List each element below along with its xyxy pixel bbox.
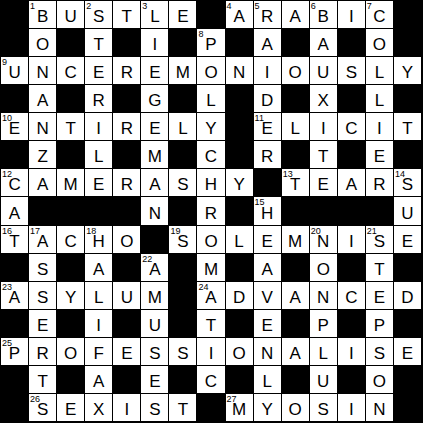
- cell-letter: I: [349, 233, 354, 253]
- black-cell-r10c3: [57, 254, 85, 282]
- black-cell-r1c1: [1, 1, 29, 29]
- black-cell-r12c7: [169, 310, 197, 338]
- cell-r12c12[interactable]: P: [310, 310, 338, 338]
- cell-r2c4[interactable]: T: [85, 29, 113, 57]
- cell-r4c10[interactable]: D: [254, 85, 282, 113]
- cell-r4c2[interactable]: A: [29, 85, 57, 113]
- clue-number-7: 7: [367, 1, 372, 11]
- cell-r9c14[interactable]: 21S: [366, 226, 394, 254]
- cell-r12c8[interactable]: T: [197, 310, 225, 338]
- black-cell-r6c9: [226, 141, 254, 169]
- black-cell-r12c15: [394, 310, 422, 338]
- cell-r10c6[interactable]: 22A: [141, 254, 169, 282]
- cell-r1c7[interactable]: E: [169, 1, 197, 29]
- cell-r11c5[interactable]: U: [113, 282, 141, 310]
- cell-r6c14[interactable]: E: [366, 141, 394, 169]
- cell-r3c13[interactable]: S: [338, 57, 366, 85]
- cell-letter: U: [317, 373, 329, 393]
- cell-r15c14[interactable]: N: [366, 394, 394, 422]
- cell-r15c7[interactable]: T: [169, 394, 197, 422]
- cell-r15c10[interactable]: Y: [254, 394, 282, 422]
- black-cell-r14c15: [394, 366, 422, 394]
- black-cell-r2c1: [1, 29, 29, 57]
- black-cell-r11c7: [169, 282, 197, 310]
- cell-r13c3[interactable]: O: [57, 338, 85, 366]
- black-cell-r6c15: [394, 141, 422, 169]
- cell-r14c6[interactable]: E: [141, 366, 169, 394]
- cell-letter: A: [93, 373, 104, 393]
- cell-r14c14[interactable]: O: [366, 366, 394, 394]
- cell-letter: R: [121, 176, 133, 196]
- cell-r7c13[interactable]: A: [338, 169, 366, 197]
- cell-r13c7[interactable]: S: [169, 338, 197, 366]
- cell-letter: S: [402, 176, 413, 196]
- clue-number-21: 21: [367, 226, 377, 236]
- cell-letter: N: [36, 120, 48, 140]
- cell-r15c2[interactable]: 26S: [29, 394, 57, 422]
- cell-r3c3[interactable]: C: [57, 57, 85, 85]
- cell-r12c4[interactable]: I: [85, 310, 113, 338]
- cell-r3c14[interactable]: L: [366, 57, 394, 85]
- cell-r15c9[interactable]: 27M: [226, 394, 254, 422]
- cell-letter: M: [176, 64, 190, 84]
- cell-r10c10[interactable]: A: [254, 254, 282, 282]
- cell-r12c2[interactable]: E: [29, 310, 57, 338]
- cell-r7c6[interactable]: A: [141, 169, 169, 197]
- cell-r1c5[interactable]: T: [113, 1, 141, 29]
- black-cell-r14c7: [169, 366, 197, 394]
- cell-r2c10[interactable]: A: [254, 29, 282, 57]
- cell-r1c3[interactable]: U: [57, 1, 85, 29]
- cell-r6c2[interactable]: Z: [29, 141, 57, 169]
- clue-number-9: 9: [2, 57, 7, 67]
- cell-letter: R: [205, 205, 217, 225]
- cell-letter: L: [319, 345, 328, 365]
- cell-r12c10[interactable]: E: [254, 310, 282, 338]
- cell-letter: A: [9, 205, 20, 225]
- cell-letter: T: [94, 36, 104, 56]
- cell-letter: L: [234, 233, 243, 253]
- cell-letter: S: [346, 64, 357, 84]
- cell-letter: A: [37, 92, 48, 112]
- cell-letter: O: [120, 233, 133, 253]
- cell-letter: X: [318, 92, 329, 112]
- black-cell-r2c13: [338, 29, 366, 57]
- cell-letter: L: [178, 120, 187, 140]
- cell-letter: T: [206, 317, 216, 337]
- cell-letter: O: [373, 36, 386, 56]
- cell-letter: C: [8, 176, 20, 196]
- cell-r7c11[interactable]: 13T: [282, 169, 310, 197]
- cell-r13c4[interactable]: F: [85, 338, 113, 366]
- black-cell-r8c14: [366, 197, 394, 225]
- cell-r5c5[interactable]: R: [113, 113, 141, 141]
- black-cell-r15c15: [394, 394, 422, 422]
- cell-r9c9[interactable]: L: [226, 226, 254, 254]
- cell-letter: U: [317, 64, 329, 84]
- cell-r11c8[interactable]: 24A: [197, 282, 225, 310]
- black-cell-r4c1: [1, 85, 29, 113]
- cell-letter: H: [205, 176, 217, 196]
- cell-r1c11[interactable]: A: [282, 1, 310, 29]
- cell-letter: N: [149, 205, 161, 225]
- cell-r9c1[interactable]: 16T: [1, 226, 29, 254]
- cell-letter: A: [37, 176, 48, 196]
- cell-letter: U: [65, 8, 77, 28]
- cell-r7c14[interactable]: R: [366, 169, 394, 197]
- cell-letter: S: [149, 345, 160, 365]
- cell-r13c6[interactable]: S: [141, 338, 169, 366]
- cell-r8c10[interactable]: 15H: [254, 197, 282, 225]
- cell-r6c4[interactable]: L: [85, 141, 113, 169]
- cell-letter: S: [37, 261, 48, 281]
- cell-r2c8[interactable]: 8P: [197, 29, 225, 57]
- cell-letter: X: [93, 401, 104, 421]
- cell-r13c15[interactable]: E: [394, 338, 422, 366]
- cell-r11c14[interactable]: E: [366, 282, 394, 310]
- cell-r8c1[interactable]: A: [1, 197, 29, 225]
- cell-r6c8[interactable]: C: [197, 141, 225, 169]
- cell-r7c7[interactable]: S: [169, 169, 197, 197]
- cell-r11c4[interactable]: L: [85, 282, 113, 310]
- black-cell-r8c2: [29, 197, 57, 225]
- cell-letter: L: [150, 8, 159, 28]
- cell-letter: A: [261, 261, 272, 281]
- clue-number-22: 22: [142, 254, 152, 264]
- cell-r13c1[interactable]: 25P: [1, 338, 29, 366]
- cell-letter: Y: [205, 120, 216, 140]
- black-cell-r6c7: [169, 141, 197, 169]
- cell-r12c6[interactable]: U: [141, 310, 169, 338]
- cell-letter: U: [8, 64, 20, 84]
- cell-letter: A: [318, 36, 329, 56]
- cell-letter: I: [321, 120, 326, 140]
- cell-r6c10[interactable]: R: [254, 141, 282, 169]
- clue-number-14: 14: [395, 169, 405, 179]
- black-cell-r2c5: [113, 29, 141, 57]
- cell-r10c8[interactable]: M: [197, 254, 225, 282]
- black-cell-r8c3: [57, 197, 85, 225]
- cell-letter: Y: [261, 401, 272, 421]
- cell-r5c6[interactable]: E: [141, 113, 169, 141]
- cell-r3c4[interactable]: E: [85, 57, 113, 85]
- cell-r1c12[interactable]: 6B: [310, 1, 338, 29]
- cell-r9c11[interactable]: M: [282, 226, 310, 254]
- cell-letter: Y: [233, 176, 244, 196]
- cell-letter: E: [121, 345, 132, 365]
- black-cell-r14c5: [113, 366, 141, 394]
- cell-r6c6[interactable]: M: [141, 141, 169, 169]
- cell-letter: A: [149, 176, 160, 196]
- black-cell-r15c1: [1, 394, 29, 422]
- cell-r3c1[interactable]: 9U: [1, 57, 29, 85]
- cell-letter: Z: [37, 148, 47, 168]
- cell-letter: C: [345, 120, 357, 140]
- black-cell-r8c13: [338, 197, 366, 225]
- clue-number-19: 19: [170, 226, 180, 236]
- cell-letter: R: [261, 148, 273, 168]
- cell-letter: N: [36, 64, 48, 84]
- cell-letter: E: [261, 317, 272, 337]
- cell-letter: M: [64, 176, 78, 196]
- black-cell-r6c11: [282, 141, 310, 169]
- cell-r3c8[interactable]: O: [197, 57, 225, 85]
- cell-r13c10[interactable]: N: [254, 338, 282, 366]
- cell-r7c2[interactable]: A: [29, 169, 57, 197]
- cell-r13c14[interactable]: S: [366, 338, 394, 366]
- cell-r4c6[interactable]: G: [141, 85, 169, 113]
- black-cell-r4c15: [394, 85, 422, 113]
- cell-r12c14[interactable]: P: [366, 310, 394, 338]
- cell-r9c13[interactable]: I: [338, 226, 366, 254]
- cell-r5c1[interactable]: 10E: [1, 113, 29, 141]
- cell-letter: N: [317, 233, 329, 253]
- black-cell-r5c9: [226, 113, 254, 141]
- clue-number-23: 23: [2, 282, 12, 292]
- cell-r8c6[interactable]: N: [141, 197, 169, 225]
- cell-r3c6[interactable]: E: [141, 57, 169, 85]
- cell-r2c2[interactable]: O: [29, 29, 57, 57]
- cell-r5c13[interactable]: C: [338, 113, 366, 141]
- cell-r5c10[interactable]: 11E: [254, 113, 282, 141]
- cell-r11c2[interactable]: S: [29, 282, 57, 310]
- black-cell-r12c5: [113, 310, 141, 338]
- cell-r4c14[interactable]: L: [366, 85, 394, 113]
- cell-r5c8[interactable]: Y: [197, 113, 225, 141]
- cell-letter: C: [65, 64, 77, 84]
- cell-letter: A: [93, 261, 104, 281]
- cell-r10c2[interactable]: S: [29, 254, 57, 282]
- cell-r3c7[interactable]: M: [169, 57, 197, 85]
- cell-letter: O: [36, 36, 49, 56]
- cell-r5c4[interactable]: I: [85, 113, 113, 141]
- cell-letter: Y: [65, 289, 76, 309]
- cell-letter: E: [65, 401, 76, 421]
- cell-r11c9[interactable]: D: [226, 282, 254, 310]
- black-cell-r10c5: [113, 254, 141, 282]
- cell-r11c15[interactable]: D: [394, 282, 422, 310]
- cell-r9c4[interactable]: 18H: [85, 226, 113, 254]
- cell-letter: E: [318, 176, 329, 196]
- cell-letter: S: [318, 401, 329, 421]
- cell-r11c1[interactable]: 23A: [1, 282, 29, 310]
- cell-letter: T: [374, 261, 384, 281]
- cell-r5c7[interactable]: L: [169, 113, 197, 141]
- cell-r1c6[interactable]: 3L: [141, 1, 169, 29]
- cell-letter: R: [36, 345, 48, 365]
- cell-letter: E: [261, 120, 272, 140]
- cell-r15c6[interactable]: S: [141, 394, 169, 422]
- cell-r13c5[interactable]: E: [113, 338, 141, 366]
- cell-letter: F: [94, 345, 104, 365]
- cell-r9c8[interactable]: O: [197, 226, 225, 254]
- cell-r13c8[interactable]: I: [197, 338, 225, 366]
- black-cell-r14c3: [57, 366, 85, 394]
- cell-letter: T: [122, 8, 132, 28]
- cell-letter: C: [373, 8, 385, 28]
- cell-r7c5[interactable]: R: [113, 169, 141, 197]
- cell-letter: A: [290, 289, 301, 309]
- cell-letter: I: [349, 345, 354, 365]
- cell-letter: P: [318, 317, 329, 337]
- cell-r13c12[interactable]: L: [310, 338, 338, 366]
- cell-r3c10[interactable]: I: [254, 57, 282, 85]
- cell-r15c4[interactable]: X: [85, 394, 113, 422]
- cell-r5c3[interactable]: T: [57, 113, 85, 141]
- cell-letter: E: [261, 233, 272, 253]
- cell-letter: L: [94, 289, 103, 309]
- cell-r11c10[interactable]: V: [254, 282, 282, 310]
- cell-r10c12[interactable]: O: [310, 254, 338, 282]
- cell-letter: T: [318, 148, 328, 168]
- cell-r2c6[interactable]: I: [141, 29, 169, 57]
- cell-r7c1[interactable]: 12C: [1, 169, 29, 197]
- cell-r5c2[interactable]: N: [29, 113, 57, 141]
- cell-letter: M: [148, 148, 162, 168]
- cell-r11c13[interactable]: C: [338, 282, 366, 310]
- cell-r13c13[interactable]: I: [338, 338, 366, 366]
- cell-letter: Y: [402, 64, 413, 84]
- cell-letter: A: [149, 261, 160, 281]
- black-cell-r2c15: [394, 29, 422, 57]
- cell-letter: C: [65, 233, 77, 253]
- black-cell-r14c9: [226, 366, 254, 394]
- cell-letter: S: [177, 176, 188, 196]
- cell-letter: E: [374, 148, 385, 168]
- clue-number-6: 6: [311, 1, 316, 11]
- cell-letter: R: [93, 92, 105, 112]
- cell-r10c4[interactable]: A: [85, 254, 113, 282]
- cell-r7c15[interactable]: 14S: [394, 169, 422, 197]
- cell-r14c10[interactable]: L: [254, 366, 282, 394]
- cell-letter: L: [206, 92, 215, 112]
- cell-r2c12[interactable]: A: [310, 29, 338, 57]
- cell-r14c8[interactable]: C: [197, 366, 225, 394]
- cell-r13c9[interactable]: O: [226, 338, 254, 366]
- cell-r14c12[interactable]: U: [310, 366, 338, 394]
- cell-r3c9[interactable]: N: [226, 57, 254, 85]
- cell-r5c12[interactable]: I: [310, 113, 338, 141]
- cell-letter: P: [374, 317, 385, 337]
- cell-r9c12[interactable]: 20N: [310, 226, 338, 254]
- black-cell-r2c3: [57, 29, 85, 57]
- cell-letter: I: [152, 36, 157, 56]
- cell-r5c11[interactable]: L: [282, 113, 310, 141]
- cell-letter: B: [318, 8, 329, 28]
- cell-letter: I: [349, 401, 354, 421]
- cell-r15c12[interactable]: S: [310, 394, 338, 422]
- cell-r15c5[interactable]: I: [113, 394, 141, 422]
- cell-r1c13[interactable]: I: [338, 1, 366, 29]
- cell-letter: P: [205, 36, 216, 56]
- cell-r3c15[interactable]: Y: [394, 57, 422, 85]
- cell-r10c14[interactable]: T: [366, 254, 394, 282]
- cell-r9c10[interactable]: E: [254, 226, 282, 254]
- cell-letter: O: [289, 401, 302, 421]
- black-cell-r7c10: [254, 169, 282, 197]
- cell-letter: I: [96, 120, 101, 140]
- cell-r11c3[interactable]: Y: [57, 282, 85, 310]
- cell-letter: T: [402, 120, 412, 140]
- cell-r6c12[interactable]: T: [310, 141, 338, 169]
- cell-r1c9[interactable]: 4A: [226, 1, 254, 29]
- black-cell-r2c9: [226, 29, 254, 57]
- cell-r1c10[interactable]: 5R: [254, 1, 282, 29]
- cell-r8c8[interactable]: R: [197, 197, 225, 225]
- cell-r13c11[interactable]: A: [282, 338, 310, 366]
- cell-r7c4[interactable]: E: [85, 169, 113, 197]
- black-cell-r2c11: [282, 29, 310, 57]
- black-cell-r15c8: [197, 394, 225, 422]
- cell-r5c14[interactable]: I: [366, 113, 394, 141]
- cell-r15c11[interactable]: O: [282, 394, 310, 422]
- cell-r2c14[interactable]: O: [366, 29, 394, 57]
- cell-r13c2[interactable]: R: [29, 338, 57, 366]
- cell-r9c2[interactable]: 17A: [29, 226, 57, 254]
- black-cell-r10c11: [282, 254, 310, 282]
- cell-r11c6[interactable]: M: [141, 282, 169, 310]
- clue-number-10: 10: [2, 113, 12, 123]
- cell-r7c12[interactable]: E: [310, 169, 338, 197]
- cell-r1c14[interactable]: 7C: [366, 1, 394, 29]
- cell-r8c15[interactable]: U: [394, 197, 422, 225]
- black-cell-r10c9: [226, 254, 254, 282]
- cell-r1c4[interactable]: 2S: [85, 1, 113, 29]
- cell-letter: L: [375, 92, 384, 112]
- cell-r9c7[interactable]: 19S: [169, 226, 197, 254]
- cell-r4c8[interactable]: L: [197, 85, 225, 113]
- clue-number-13: 13: [283, 169, 293, 179]
- cell-r5c15[interactable]: T: [394, 113, 422, 141]
- cell-r3c5[interactable]: R: [113, 57, 141, 85]
- cell-r3c11[interactable]: O: [282, 57, 310, 85]
- cell-r4c4[interactable]: R: [85, 85, 113, 113]
- cell-letter: R: [121, 64, 133, 84]
- cell-letter: O: [232, 345, 245, 365]
- black-cell-r6c5: [113, 141, 141, 169]
- cell-r7c9[interactable]: Y: [226, 169, 254, 197]
- cell-r11c12[interactable]: N: [310, 282, 338, 310]
- cell-letter: C: [205, 373, 217, 393]
- cell-r9c3[interactable]: C: [57, 226, 85, 254]
- cell-r9c5[interactable]: O: [113, 226, 141, 254]
- cell-letter: S: [37, 401, 48, 421]
- cell-letter: B: [37, 8, 48, 28]
- black-cell-r4c11: [282, 85, 310, 113]
- black-cell-r6c1: [1, 141, 29, 169]
- cell-r7c3[interactable]: M: [57, 169, 85, 197]
- cell-r15c3[interactable]: E: [57, 394, 85, 422]
- cell-letter: N: [233, 64, 245, 84]
- cell-r7c8[interactable]: H: [197, 169, 225, 197]
- cell-r1c2[interactable]: 1B: [29, 1, 57, 29]
- cell-r14c4[interactable]: A: [85, 366, 113, 394]
- cell-r14c2[interactable]: T: [29, 366, 57, 394]
- black-cell-r8c12: [310, 197, 338, 225]
- cell-r3c12[interactable]: U: [310, 57, 338, 85]
- clue-number-12: 12: [2, 169, 12, 179]
- cell-letter: N: [317, 289, 329, 309]
- cell-r15c13[interactable]: I: [338, 394, 366, 422]
- cell-r4c12[interactable]: X: [310, 85, 338, 113]
- cell-r11c11[interactable]: A: [282, 282, 310, 310]
- cell-letter: S: [37, 289, 48, 309]
- cell-r9c15[interactable]: E: [394, 226, 422, 254]
- black-cell-r4c9: [226, 85, 254, 113]
- cell-letter: A: [261, 36, 272, 56]
- cell-r3c2[interactable]: N: [29, 57, 57, 85]
- cell-letter: M: [204, 261, 218, 281]
